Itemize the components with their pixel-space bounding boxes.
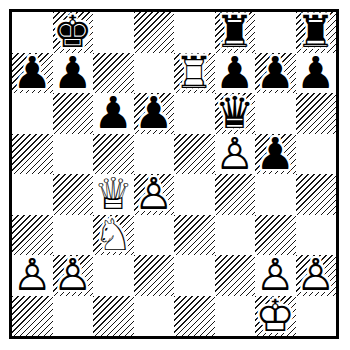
square-a3[interactable] <box>12 215 53 256</box>
piece-white-queen-icon: ♛♕ <box>93 174 134 215</box>
white-rook-glyph: ♖ <box>174 53 215 94</box>
white-pawn-glyph: ♙ <box>296 255 337 296</box>
square-f2[interactable] <box>215 255 256 296</box>
white-pawn-glyph: ♙ <box>215 134 256 175</box>
black-pawn-glyph: ♟ <box>255 53 296 94</box>
square-c8[interactable] <box>93 12 134 53</box>
square-h1[interactable] <box>296 296 337 337</box>
square-a4[interactable] <box>12 174 53 215</box>
piece-black-rook-icon: ♜ <box>215 12 256 53</box>
piece-white-pawn-icon: ♟♙ <box>255 255 296 296</box>
white-pawn-fill: ♟ <box>12 255 53 296</box>
piece-white-pawn-icon: ♟♙ <box>134 174 175 215</box>
square-c3[interactable]: ♞♘ <box>93 215 134 256</box>
square-f7[interactable]: ♟ <box>215 53 256 94</box>
square-h4[interactable] <box>296 174 337 215</box>
square-g6[interactable] <box>255 93 296 134</box>
square-c7[interactable] <box>93 53 134 94</box>
piece-black-pawn-icon: ♟ <box>296 53 337 94</box>
square-c1[interactable] <box>93 296 134 337</box>
square-f4[interactable] <box>215 174 256 215</box>
black-pawn-glyph: ♟ <box>215 53 256 94</box>
square-d5[interactable] <box>134 134 175 175</box>
piece-black-king-icon: ♚ <box>53 12 94 53</box>
white-pawn-fill: ♟ <box>296 255 337 296</box>
square-a1[interactable] <box>12 296 53 337</box>
square-h6[interactable] <box>296 93 337 134</box>
square-f1[interactable] <box>215 296 256 337</box>
square-g3[interactable] <box>255 215 296 256</box>
square-f5[interactable]: ♟♙ <box>215 134 256 175</box>
square-e4[interactable] <box>174 174 215 215</box>
square-f6[interactable]: ♛ <box>215 93 256 134</box>
square-d1[interactable] <box>134 296 175 337</box>
square-g7[interactable]: ♟ <box>255 53 296 94</box>
black-pawn-glyph: ♟ <box>134 93 175 134</box>
piece-white-rook-icon: ♜♖ <box>174 53 215 94</box>
square-e7[interactable]: ♜♖ <box>174 53 215 94</box>
white-pawn-glyph: ♙ <box>12 255 53 296</box>
piece-black-pawn-icon: ♟ <box>12 53 53 94</box>
piece-black-pawn-icon: ♟ <box>93 93 134 134</box>
square-b5[interactable] <box>53 134 94 175</box>
square-b7[interactable]: ♟ <box>53 53 94 94</box>
chess-board: ♚♜♜♟♟♜♖♟♟♟♟♟♛♟♙♟♛♕♟♙♞♘♟♙♟♙♟♙♟♙♚♔ <box>12 12 336 336</box>
square-h7[interactable]: ♟ <box>296 53 337 94</box>
square-e2[interactable] <box>174 255 215 296</box>
square-e6[interactable] <box>174 93 215 134</box>
piece-white-knight-icon: ♞♘ <box>93 215 134 256</box>
square-g2[interactable]: ♟♙ <box>255 255 296 296</box>
black-pawn-glyph: ♟ <box>255 134 296 175</box>
white-pawn-fill: ♟ <box>53 255 94 296</box>
square-d2[interactable] <box>134 255 175 296</box>
square-b3[interactable] <box>53 215 94 256</box>
black-pawn-glyph: ♟ <box>296 53 337 94</box>
square-d8[interactable] <box>134 12 175 53</box>
square-b2[interactable]: ♟♙ <box>53 255 94 296</box>
square-a6[interactable] <box>12 93 53 134</box>
square-d6[interactable]: ♟ <box>134 93 175 134</box>
white-queen-glyph: ♕ <box>93 174 134 215</box>
square-h3[interactable] <box>296 215 337 256</box>
square-c6[interactable]: ♟ <box>93 93 134 134</box>
piece-black-pawn-icon: ♟ <box>255 53 296 94</box>
white-pawn-glyph: ♙ <box>134 174 175 215</box>
square-b6[interactable] <box>53 93 94 134</box>
piece-black-pawn-icon: ♟ <box>53 53 94 94</box>
black-king-glyph: ♚ <box>53 12 94 53</box>
white-pawn-glyph: ♙ <box>255 255 296 296</box>
white-pawn-fill: ♟ <box>215 134 256 175</box>
white-rook-fill: ♜ <box>174 53 215 94</box>
black-rook-glyph: ♜ <box>296 12 337 53</box>
square-b4[interactable] <box>53 174 94 215</box>
black-rook-glyph: ♜ <box>215 12 256 53</box>
square-c4[interactable]: ♛♕ <box>93 174 134 215</box>
white-pawn-fill: ♟ <box>134 174 175 215</box>
white-knight-glyph: ♘ <box>93 215 134 256</box>
square-c5[interactable] <box>93 134 134 175</box>
square-f3[interactable] <box>215 215 256 256</box>
piece-white-pawn-icon: ♟♙ <box>215 134 256 175</box>
square-a7[interactable]: ♟ <box>12 53 53 94</box>
piece-white-king-icon: ♚♔ <box>255 296 296 337</box>
square-e3[interactable] <box>174 215 215 256</box>
square-a5[interactable] <box>12 134 53 175</box>
white-pawn-glyph: ♙ <box>53 255 94 296</box>
square-e8[interactable] <box>174 12 215 53</box>
piece-black-pawn-icon: ♟ <box>134 93 175 134</box>
square-a8[interactable] <box>12 12 53 53</box>
square-e1[interactable] <box>174 296 215 337</box>
piece-white-pawn-icon: ♟♙ <box>296 255 337 296</box>
square-g8[interactable] <box>255 12 296 53</box>
piece-white-pawn-icon: ♟♙ <box>53 255 94 296</box>
piece-black-queen-icon: ♛ <box>215 93 256 134</box>
piece-white-pawn-icon: ♟♙ <box>12 255 53 296</box>
white-pawn-fill: ♟ <box>255 255 296 296</box>
black-queen-glyph: ♛ <box>215 93 256 134</box>
square-g1[interactable]: ♚♔ <box>255 296 296 337</box>
square-a2[interactable]: ♟♙ <box>12 255 53 296</box>
square-f8[interactable]: ♜ <box>215 12 256 53</box>
square-c2[interactable] <box>93 255 134 296</box>
square-h2[interactable]: ♟♙ <box>296 255 337 296</box>
square-b1[interactable] <box>53 296 94 337</box>
square-g5[interactable]: ♟ <box>255 134 296 175</box>
square-e5[interactable] <box>174 134 215 175</box>
square-d4[interactable]: ♟♙ <box>134 174 175 215</box>
square-h8[interactable]: ♜ <box>296 12 337 53</box>
square-d7[interactable] <box>134 53 175 94</box>
piece-black-pawn-icon: ♟ <box>215 53 256 94</box>
square-d3[interactable] <box>134 215 175 256</box>
white-king-glyph: ♔ <box>255 296 296 337</box>
square-b8[interactable]: ♚ <box>53 12 94 53</box>
piece-black-pawn-icon: ♟ <box>255 134 296 175</box>
black-pawn-glyph: ♟ <box>53 53 94 94</box>
black-pawn-glyph: ♟ <box>93 93 134 134</box>
board-frame: ♚♜♜♟♟♜♖♟♟♟♟♟♛♟♙♟♛♕♟♙♞♘♟♙♟♙♟♙♟♙♚♔ <box>9 9 339 339</box>
white-queen-fill: ♛ <box>93 174 134 215</box>
white-knight-fill: ♞ <box>93 215 134 256</box>
black-pawn-glyph: ♟ <box>12 53 53 94</box>
square-h5[interactable] <box>296 134 337 175</box>
piece-black-rook-icon: ♜ <box>296 12 337 53</box>
white-king-fill: ♚ <box>255 296 296 337</box>
square-g4[interactable] <box>255 174 296 215</box>
